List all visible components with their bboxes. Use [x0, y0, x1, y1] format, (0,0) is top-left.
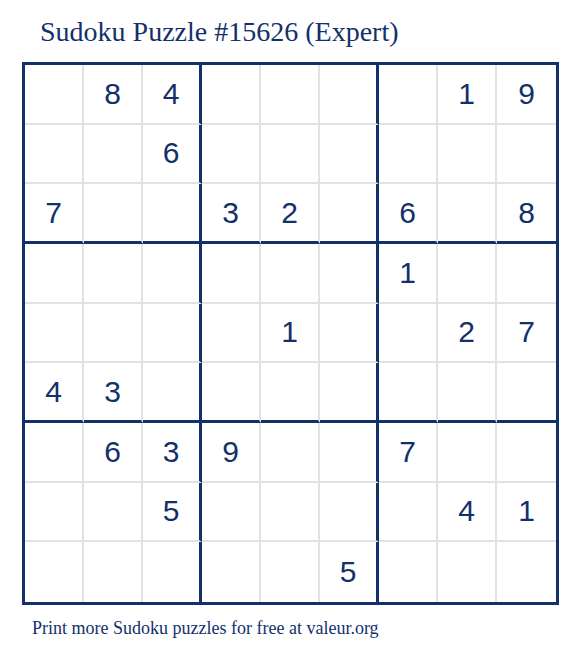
cell-r4c1[interactable] [25, 244, 84, 304]
cell-r3c6[interactable] [320, 184, 379, 244]
footer-note: Print more Sudoku puzzles for free at va… [32, 618, 379, 639]
cell-r9c1[interactable] [25, 542, 84, 602]
cell-r1c6[interactable] [320, 65, 379, 125]
cell-r5c1[interactable] [25, 304, 84, 364]
cell-r6c4[interactable] [202, 363, 261, 423]
cell-r8c9[interactable]: 1 [497, 483, 556, 543]
cell-r1c2[interactable]: 8 [84, 65, 143, 125]
cell-r9c4[interactable] [202, 542, 261, 602]
cell-r1c8[interactable]: 1 [438, 65, 497, 125]
cell-r2c7[interactable] [379, 125, 438, 185]
cell-r6c8[interactable] [438, 363, 497, 423]
cell-r1c1[interactable] [25, 65, 84, 125]
cell-r7c6[interactable] [320, 423, 379, 483]
cell-r3c7[interactable]: 6 [379, 184, 438, 244]
cell-r1c3[interactable]: 4 [143, 65, 202, 125]
cell-r4c9[interactable] [497, 244, 556, 304]
sudoku-grid: 841967326811274363975415 [22, 62, 559, 605]
cell-r8c3[interactable]: 5 [143, 483, 202, 543]
cell-r2c2[interactable] [84, 125, 143, 185]
cell-r4c5[interactable] [261, 244, 320, 304]
cell-r9c9[interactable] [497, 542, 556, 602]
cell-r3c5[interactable]: 2 [261, 184, 320, 244]
cell-r7c9[interactable] [497, 423, 556, 483]
cell-r1c9[interactable]: 9 [497, 65, 556, 125]
cell-r6c9[interactable] [497, 363, 556, 423]
cell-r2c4[interactable] [202, 125, 261, 185]
cell-r1c4[interactable] [202, 65, 261, 125]
cell-r8c7[interactable] [379, 483, 438, 543]
cell-r8c1[interactable] [25, 483, 84, 543]
page-title: Sudoku Puzzle #15626 (Expert) [40, 16, 399, 48]
cell-r7c5[interactable] [261, 423, 320, 483]
cell-r7c8[interactable] [438, 423, 497, 483]
cell-r6c7[interactable] [379, 363, 438, 423]
cell-r7c2[interactable]: 6 [84, 423, 143, 483]
cell-r3c4[interactable]: 3 [202, 184, 261, 244]
cell-r9c5[interactable] [261, 542, 320, 602]
cell-r5c7[interactable] [379, 304, 438, 364]
cell-r6c2[interactable]: 3 [84, 363, 143, 423]
cell-r7c7[interactable]: 7 [379, 423, 438, 483]
cell-r8c6[interactable] [320, 483, 379, 543]
cell-r5c3[interactable] [143, 304, 202, 364]
cell-r5c6[interactable] [320, 304, 379, 364]
cell-r6c3[interactable] [143, 363, 202, 423]
cell-r9c7[interactable] [379, 542, 438, 602]
sudoku-page: Sudoku Puzzle #15626 (Expert) 8419673268… [0, 0, 580, 651]
cell-r2c6[interactable] [320, 125, 379, 185]
cell-r4c4[interactable] [202, 244, 261, 304]
cell-r9c6[interactable]: 5 [320, 542, 379, 602]
cell-r2c3[interactable]: 6 [143, 125, 202, 185]
cell-r6c5[interactable] [261, 363, 320, 423]
cell-r4c3[interactable] [143, 244, 202, 304]
cell-r8c4[interactable] [202, 483, 261, 543]
cell-r3c9[interactable]: 8 [497, 184, 556, 244]
cell-r9c3[interactable] [143, 542, 202, 602]
cell-r2c5[interactable] [261, 125, 320, 185]
cell-r4c8[interactable] [438, 244, 497, 304]
cell-r4c2[interactable] [84, 244, 143, 304]
cell-r3c8[interactable] [438, 184, 497, 244]
cell-r6c1[interactable]: 4 [25, 363, 84, 423]
cell-r5c4[interactable] [202, 304, 261, 364]
cell-r3c1[interactable]: 7 [25, 184, 84, 244]
cell-r8c8[interactable]: 4 [438, 483, 497, 543]
cell-r1c5[interactable] [261, 65, 320, 125]
cell-r4c6[interactable] [320, 244, 379, 304]
cell-r7c4[interactable]: 9 [202, 423, 261, 483]
cell-r5c9[interactable]: 7 [497, 304, 556, 364]
cell-r2c9[interactable] [497, 125, 556, 185]
cell-r6c6[interactable] [320, 363, 379, 423]
cell-r3c2[interactable] [84, 184, 143, 244]
cell-r2c8[interactable] [438, 125, 497, 185]
cell-r5c5[interactable]: 1 [261, 304, 320, 364]
cell-r5c2[interactable] [84, 304, 143, 364]
cell-r1c7[interactable] [379, 65, 438, 125]
cell-r2c1[interactable] [25, 125, 84, 185]
cell-r7c1[interactable] [25, 423, 84, 483]
cell-r8c5[interactable] [261, 483, 320, 543]
cell-r7c3[interactable]: 3 [143, 423, 202, 483]
cell-r4c7[interactable]: 1 [379, 244, 438, 304]
cell-r5c8[interactable]: 2 [438, 304, 497, 364]
cell-r9c8[interactable] [438, 542, 497, 602]
cell-r8c2[interactable] [84, 483, 143, 543]
cell-r3c3[interactable] [143, 184, 202, 244]
cell-r9c2[interactable] [84, 542, 143, 602]
